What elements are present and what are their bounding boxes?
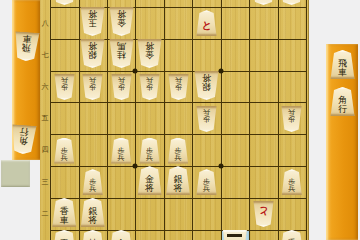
board-square-f7r3[interactable] — [221, 166, 249, 198]
board-square-f6r1[interactable] — [192, 230, 220, 240]
board-square-f7r5[interactable] — [221, 102, 249, 134]
board-square-f1r8[interactable] — [50, 7, 78, 39]
board-square-f8r7[interactable] — [249, 39, 277, 71]
board-square-f2r4[interactable] — [78, 134, 106, 166]
board-square-f3r3[interactable] — [107, 166, 135, 198]
board-square-f9r8[interactable] — [278, 7, 306, 39]
board-square-f8r6[interactable] — [249, 71, 277, 103]
board-square-f1r7[interactable] — [50, 39, 78, 71]
board-square-f8r4[interactable] — [249, 134, 277, 166]
board-square-f7r6[interactable] — [221, 71, 249, 103]
board-square-f2r9[interactable] — [78, 0, 106, 7]
rank-label: 三 — [40, 178, 50, 185]
board-square-f3r5[interactable] — [107, 102, 135, 134]
board-square-f5r2[interactable] — [164, 198, 192, 230]
board-square-f1r5[interactable] — [50, 102, 78, 134]
shogi-piece-unidentified[interactable] — [222, 230, 247, 240]
board-square-f5r7[interactable] — [164, 39, 192, 71]
board-square-f4r8[interactable] — [135, 7, 163, 39]
board-square-f4r2[interactable] — [135, 198, 163, 230]
board-square-f7r7[interactable] — [221, 39, 249, 71]
shogi-board[interactable]: 八七六五四三二香車桂馬香車玉将金将と銀将桂馬金将歩兵歩兵歩兵歩兵歩兵銀将歩兵歩兵… — [40, 0, 309, 240]
rank-label: 五 — [40, 115, 50, 122]
board-square-f6r4[interactable] — [192, 134, 220, 166]
board-square-f8r5[interactable] — [249, 102, 277, 134]
rank-label: 二 — [40, 210, 50, 217]
board-square-f4r5[interactable] — [135, 102, 163, 134]
board-square-f5r1[interactable] — [164, 230, 192, 240]
board-square-f4r1[interactable] — [135, 230, 163, 240]
rank-label: 四 — [40, 147, 50, 154]
board-square-f5r8[interactable] — [164, 7, 192, 39]
rank-label: 六 — [40, 83, 50, 90]
board-square-f7r4[interactable] — [221, 134, 249, 166]
board-square-f5r9[interactable] — [164, 0, 192, 7]
grid-line — [306, 0, 307, 240]
board-square-f5r5[interactable] — [164, 102, 192, 134]
board-square-f3r9[interactable] — [107, 0, 135, 7]
screenshot-root: 八七六五四三二香車桂馬香車玉将金将と銀将桂馬金将歩兵歩兵歩兵歩兵歩兵銀将歩兵歩兵… — [0, 0, 360, 240]
board-square-f2r5[interactable] — [78, 102, 106, 134]
board-square-f1r3[interactable] — [50, 166, 78, 198]
board-square-f3r2[interactable] — [107, 198, 135, 230]
board-square-f9r7[interactable] — [278, 39, 306, 71]
rank-label: 八 — [40, 19, 50, 26]
board-square-f6r2[interactable] — [192, 198, 220, 230]
piece-box — [1, 160, 30, 187]
board-square-f7r2[interactable] — [221, 198, 249, 230]
board-square-f8r1[interactable] — [249, 230, 277, 240]
board-square-f8r8[interactable] — [249, 7, 277, 39]
board-square-f4r9[interactable] — [135, 0, 163, 7]
rank-label: 七 — [40, 51, 50, 58]
board-square-f6r7[interactable] — [192, 39, 220, 71]
board-square-f9r2[interactable] — [278, 198, 306, 230]
board-square-f7r9[interactable] — [221, 0, 249, 7]
board-square-f7r8[interactable] — [221, 7, 249, 39]
board-square-f9r6[interactable] — [278, 71, 306, 103]
board-square-f8r3[interactable] — [249, 166, 277, 198]
board-square-f9r4[interactable] — [278, 134, 306, 166]
board-square-f6r9[interactable] — [192, 0, 220, 7]
